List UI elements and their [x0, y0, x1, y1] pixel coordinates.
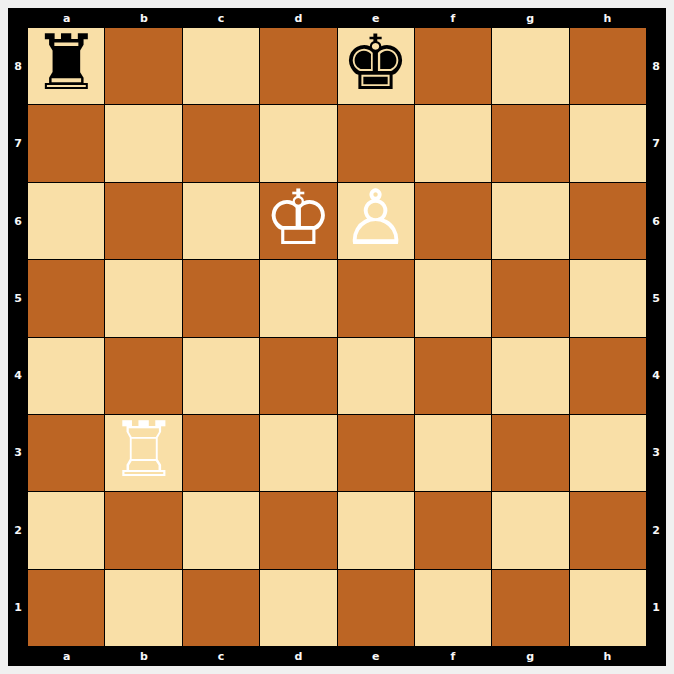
- rank-label-5: 5: [8, 260, 28, 337]
- rank-label-8: 8: [646, 28, 666, 105]
- rank-label-7: 7: [8, 105, 28, 182]
- rank-label-2: 2: [646, 492, 666, 569]
- file-label-c: c: [183, 646, 260, 666]
- square-d5[interactable]: [260, 260, 336, 336]
- square-h5[interactable]: [570, 260, 646, 336]
- square-f6[interactable]: [415, 183, 491, 259]
- square-d6[interactable]: ♔: [260, 183, 336, 259]
- rank-label-2: 2: [8, 492, 28, 569]
- square-f7[interactable]: [415, 105, 491, 181]
- file-label-f: f: [414, 8, 491, 28]
- square-e2[interactable]: [338, 492, 414, 568]
- square-g7[interactable]: [492, 105, 568, 181]
- square-e7[interactable]: [338, 105, 414, 181]
- square-c1[interactable]: [183, 570, 259, 646]
- rank-label-7: 7: [646, 105, 666, 182]
- square-g2[interactable]: [492, 492, 568, 568]
- rank-label-3: 3: [8, 414, 28, 491]
- square-b6[interactable]: [105, 183, 181, 259]
- rank-label-4: 4: [646, 337, 666, 414]
- square-c2[interactable]: [183, 492, 259, 568]
- square-c4[interactable]: [183, 338, 259, 414]
- square-d7[interactable]: [260, 105, 336, 181]
- file-label-h: h: [569, 646, 646, 666]
- square-a8[interactable]: ♜: [28, 28, 104, 104]
- board-frame: abcdefgh abcdefgh 87654321 87654321 ♜♚♔♙…: [8, 8, 666, 666]
- square-a2[interactable]: [28, 492, 104, 568]
- square-b5[interactable]: [105, 260, 181, 336]
- square-f5[interactable]: [415, 260, 491, 336]
- rank-label-6: 6: [646, 183, 666, 260]
- piece-black-king[interactable]: ♚: [342, 25, 410, 101]
- square-b3[interactable]: ♖: [105, 415, 181, 491]
- file-label-b: b: [105, 8, 182, 28]
- square-h6[interactable]: [570, 183, 646, 259]
- square-a3[interactable]: [28, 415, 104, 491]
- square-h4[interactable]: [570, 338, 646, 414]
- rank-labels-left: 87654321: [8, 28, 28, 646]
- file-label-f: f: [414, 646, 491, 666]
- file-label-g: g: [492, 8, 569, 28]
- square-d2[interactable]: [260, 492, 336, 568]
- rank-label-6: 6: [8, 183, 28, 260]
- square-a5[interactable]: [28, 260, 104, 336]
- square-b8[interactable]: [105, 28, 181, 104]
- rank-label-8: 8: [8, 28, 28, 105]
- square-f8[interactable]: [415, 28, 491, 104]
- piece-white-pawn[interactable]: ♙: [342, 180, 410, 256]
- square-e4[interactable]: [338, 338, 414, 414]
- square-h7[interactable]: [570, 105, 646, 181]
- square-e1[interactable]: [338, 570, 414, 646]
- square-c7[interactable]: [183, 105, 259, 181]
- square-c8[interactable]: [183, 28, 259, 104]
- square-g5[interactable]: [492, 260, 568, 336]
- rank-label-1: 1: [646, 569, 666, 646]
- square-f4[interactable]: [415, 338, 491, 414]
- square-g8[interactable]: [492, 28, 568, 104]
- square-f3[interactable]: [415, 415, 491, 491]
- file-label-d: d: [260, 8, 337, 28]
- chess-diagram: abcdefgh abcdefgh 87654321 87654321 ♜♚♔♙…: [0, 0, 674, 674]
- square-g1[interactable]: [492, 570, 568, 646]
- square-e3[interactable]: [338, 415, 414, 491]
- square-e8[interactable]: ♚: [338, 28, 414, 104]
- file-label-h: h: [569, 8, 646, 28]
- square-a4[interactable]: [28, 338, 104, 414]
- rank-label-4: 4: [8, 337, 28, 414]
- square-e5[interactable]: [338, 260, 414, 336]
- square-b2[interactable]: [105, 492, 181, 568]
- square-b7[interactable]: [105, 105, 181, 181]
- square-b1[interactable]: [105, 570, 181, 646]
- square-f2[interactable]: [415, 492, 491, 568]
- square-g6[interactable]: [492, 183, 568, 259]
- square-f1[interactable]: [415, 570, 491, 646]
- rank-label-5: 5: [646, 260, 666, 337]
- file-labels-bottom: abcdefgh: [28, 646, 646, 666]
- square-e6[interactable]: ♙: [338, 183, 414, 259]
- square-a6[interactable]: [28, 183, 104, 259]
- square-h2[interactable]: [570, 492, 646, 568]
- square-g3[interactable]: [492, 415, 568, 491]
- file-label-g: g: [492, 646, 569, 666]
- square-a7[interactable]: [28, 105, 104, 181]
- square-b4[interactable]: [105, 338, 181, 414]
- square-c5[interactable]: [183, 260, 259, 336]
- rank-label-1: 1: [8, 569, 28, 646]
- square-c3[interactable]: [183, 415, 259, 491]
- file-label-c: c: [183, 8, 260, 28]
- square-h3[interactable]: [570, 415, 646, 491]
- piece-white-rook[interactable]: ♖: [109, 412, 177, 488]
- square-d3[interactable]: [260, 415, 336, 491]
- square-h8[interactable]: [570, 28, 646, 104]
- file-label-a: a: [28, 646, 105, 666]
- square-a1[interactable]: [28, 570, 104, 646]
- square-d8[interactable]: [260, 28, 336, 104]
- file-label-e: e: [337, 646, 414, 666]
- piece-white-king[interactable]: ♔: [264, 180, 332, 256]
- rank-labels-right: 87654321: [646, 28, 666, 646]
- file-label-b: b: [105, 646, 182, 666]
- square-d1[interactable]: [260, 570, 336, 646]
- file-label-d: d: [260, 646, 337, 666]
- square-d4[interactable]: [260, 338, 336, 414]
- chess-board: ♜♚♔♙♖: [28, 28, 646, 646]
- piece-black-rook[interactable]: ♜: [32, 25, 100, 101]
- square-h1[interactable]: [570, 570, 646, 646]
- file-labels-top: abcdefgh: [28, 8, 646, 28]
- rank-label-3: 3: [646, 414, 666, 491]
- square-g4[interactable]: [492, 338, 568, 414]
- square-c6[interactable]: [183, 183, 259, 259]
